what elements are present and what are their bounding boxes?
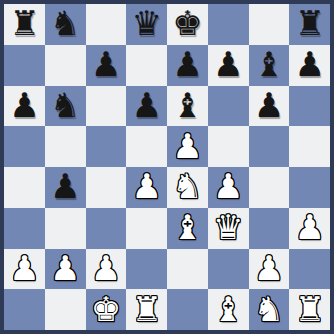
square-a1[interactable] [4, 289, 45, 330]
white-pawn[interactable]: ♟ [172, 129, 202, 163]
chess-board: ♜♞♛♚♜♟♟♟♝♟♟♞♟♝♟♟♟♟♞♟♝♛♟♟♟♟♟♚♜♝♞♜ [4, 4, 330, 330]
square-a3[interactable] [4, 208, 45, 249]
square-a6[interactable]: ♟ [4, 86, 45, 127]
black-queen[interactable]: ♛ [131, 6, 161, 40]
square-d6[interactable]: ♟ [126, 86, 167, 127]
square-a2[interactable]: ♟ [4, 249, 45, 290]
square-f4[interactable]: ♟ [208, 167, 249, 208]
black-pawn[interactable]: ♟ [213, 47, 243, 81]
square-f7[interactable]: ♟ [208, 45, 249, 86]
square-g1[interactable]: ♞ [249, 289, 290, 330]
white-pawn[interactable]: ♟ [254, 251, 284, 285]
black-knight[interactable]: ♞ [50, 6, 80, 40]
square-b5[interactable] [45, 126, 86, 167]
square-e6[interactable]: ♝ [167, 86, 208, 127]
square-f8[interactable] [208, 4, 249, 45]
square-d1[interactable]: ♜ [126, 289, 167, 330]
square-h6[interactable] [289, 86, 330, 127]
square-e5[interactable]: ♟ [167, 126, 208, 167]
white-bishop[interactable]: ♝ [213, 292, 243, 326]
square-b2[interactable]: ♟ [45, 249, 86, 290]
white-knight[interactable]: ♞ [254, 292, 284, 326]
square-f5[interactable] [208, 126, 249, 167]
black-rook[interactable]: ♜ [9, 6, 39, 40]
square-c2[interactable]: ♟ [86, 249, 127, 290]
white-knight[interactable]: ♞ [172, 169, 202, 203]
square-a5[interactable] [4, 126, 45, 167]
square-g6[interactable]: ♟ [249, 86, 290, 127]
black-pawn[interactable]: ♟ [50, 169, 80, 203]
square-f6[interactable] [208, 86, 249, 127]
square-g5[interactable] [249, 126, 290, 167]
white-pawn[interactable]: ♟ [9, 251, 39, 285]
square-b7[interactable] [45, 45, 86, 86]
square-c1[interactable]: ♚ [86, 289, 127, 330]
white-bishop[interactable]: ♝ [172, 210, 202, 244]
square-e2[interactable] [167, 249, 208, 290]
square-f1[interactable]: ♝ [208, 289, 249, 330]
square-c8[interactable] [86, 4, 127, 45]
square-b1[interactable] [45, 289, 86, 330]
white-pawn[interactable]: ♟ [91, 251, 121, 285]
square-b6[interactable]: ♞ [45, 86, 86, 127]
square-e8[interactable]: ♚ [167, 4, 208, 45]
square-h8[interactable]: ♜ [289, 4, 330, 45]
square-g7[interactable]: ♝ [249, 45, 290, 86]
black-pawn[interactable]: ♟ [254, 88, 284, 122]
white-pawn[interactable]: ♟ [131, 169, 161, 203]
square-f2[interactable] [208, 249, 249, 290]
square-g4[interactable] [249, 167, 290, 208]
square-d7[interactable] [126, 45, 167, 86]
black-king[interactable]: ♚ [172, 6, 202, 40]
black-pawn[interactable]: ♟ [172, 47, 202, 81]
white-pawn[interactable]: ♟ [50, 251, 80, 285]
square-h7[interactable]: ♟ [289, 45, 330, 86]
white-rook[interactable]: ♜ [294, 292, 324, 326]
square-f3[interactable]: ♛ [208, 208, 249, 249]
square-g8[interactable] [249, 4, 290, 45]
square-h2[interactable] [289, 249, 330, 290]
square-h1[interactable]: ♜ [289, 289, 330, 330]
square-b3[interactable] [45, 208, 86, 249]
square-e1[interactable] [167, 289, 208, 330]
square-g3[interactable] [249, 208, 290, 249]
square-d8[interactable]: ♛ [126, 4, 167, 45]
square-c6[interactable] [86, 86, 127, 127]
square-d5[interactable] [126, 126, 167, 167]
square-c7[interactable]: ♟ [86, 45, 127, 86]
white-rook[interactable]: ♜ [131, 292, 161, 326]
black-pawn[interactable]: ♟ [91, 47, 121, 81]
white-king[interactable]: ♚ [91, 292, 121, 326]
square-h4[interactable] [289, 167, 330, 208]
square-e4[interactable]: ♞ [167, 167, 208, 208]
chess-board-frame: ♜♞♛♚♜♟♟♟♝♟♟♞♟♝♟♟♟♟♞♟♝♛♟♟♟♟♟♚♜♝♞♜ [0, 0, 334, 334]
square-a4[interactable] [4, 167, 45, 208]
square-c5[interactable] [86, 126, 127, 167]
black-pawn[interactable]: ♟ [131, 88, 161, 122]
square-a8[interactable]: ♜ [4, 4, 45, 45]
square-b4[interactable]: ♟ [45, 167, 86, 208]
square-g2[interactable]: ♟ [249, 249, 290, 290]
black-bishop[interactable]: ♝ [172, 88, 202, 122]
white-pawn[interactable]: ♟ [213, 169, 243, 203]
square-h5[interactable] [289, 126, 330, 167]
square-h3[interactable]: ♟ [289, 208, 330, 249]
square-b8[interactable]: ♞ [45, 4, 86, 45]
square-d4[interactable]: ♟ [126, 167, 167, 208]
square-e3[interactable]: ♝ [167, 208, 208, 249]
black-rook[interactable]: ♜ [294, 6, 324, 40]
square-d2[interactable] [126, 249, 167, 290]
white-queen[interactable]: ♛ [213, 210, 243, 244]
square-e7[interactable]: ♟ [167, 45, 208, 86]
square-d3[interactable] [126, 208, 167, 249]
black-knight[interactable]: ♞ [50, 88, 80, 122]
white-pawn[interactable]: ♟ [294, 210, 324, 244]
square-c4[interactable] [86, 167, 127, 208]
black-pawn[interactable]: ♟ [9, 88, 39, 122]
black-pawn[interactable]: ♟ [294, 47, 324, 81]
square-a7[interactable] [4, 45, 45, 86]
black-bishop[interactable]: ♝ [254, 47, 284, 81]
square-c3[interactable] [86, 208, 127, 249]
